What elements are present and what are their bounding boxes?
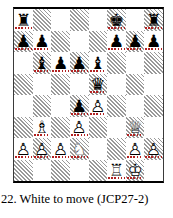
piece-white-bishop: ♝♗	[33, 117, 52, 137]
square-h4	[144, 95, 163, 117]
square-e2	[89, 138, 108, 160]
white-pawn-glyph: ♙	[144, 139, 163, 159]
square-c6: ♟	[51, 52, 70, 74]
square-d4: ♟	[70, 95, 89, 117]
white-pawn-glyph: ♙	[126, 139, 145, 159]
piece-black-pawn: ♟	[144, 31, 163, 51]
piece-white-rook: ♜♖	[107, 160, 126, 180]
white-bishop-glyph: ♗	[33, 117, 52, 137]
square-d2: ♞♘	[70, 138, 89, 160]
square-e3	[89, 117, 108, 139]
black-pawn-glyph: ♟	[107, 31, 126, 51]
black-bishop-glyph: ♝	[33, 53, 52, 73]
square-f7: ♟	[107, 31, 126, 53]
square-c8	[51, 9, 70, 31]
piece-black-king: ♚	[107, 10, 126, 30]
square-a5	[14, 74, 33, 96]
square-g4	[126, 95, 145, 117]
piece-white-pawn: ♟♙	[89, 96, 108, 116]
square-g6	[126, 52, 145, 74]
piece-black-pawn: ♟	[70, 96, 89, 116]
piece-black-pawn: ♟	[70, 53, 89, 73]
square-h6	[144, 52, 163, 74]
black-pawn-glyph: ♟	[70, 96, 89, 116]
square-b2: ♟♙	[33, 138, 52, 160]
piece-black-bishop: ♝	[89, 53, 108, 73]
square-d8	[70, 9, 89, 31]
white-knight-glyph: ♘	[70, 139, 89, 159]
square-b5	[33, 74, 52, 96]
white-pawn-glyph: ♙	[14, 139, 33, 159]
white-king-glyph: ♔	[126, 160, 145, 180]
square-e5: ♛	[89, 74, 108, 96]
square-b3: ♝♗	[33, 117, 52, 139]
square-b4	[33, 95, 52, 117]
square-b8	[33, 9, 52, 31]
diagram-caption: 22. White to move (JCP27-2)	[1, 192, 173, 207]
square-e7	[89, 31, 108, 53]
chess-board-frame: ♜♚♜♟♟♟♟♟♝♟♟♝♛♟♟♙♝♗♟♙♛♕♟♙♟♙♟♙♞♘♟♙♟♙♜♖♚♔	[13, 7, 164, 183]
piece-white-pawn: ♟♙	[51, 139, 70, 159]
square-g2: ♟♙	[126, 138, 145, 160]
black-rook-glyph: ♜	[144, 10, 163, 30]
black-pawn-glyph: ♟	[144, 31, 163, 51]
piece-black-pawn: ♟	[51, 53, 70, 73]
square-g1: ♚♔	[126, 160, 145, 182]
black-rook-glyph: ♜	[14, 10, 33, 30]
white-queen-glyph: ♕	[126, 117, 145, 137]
square-d7	[70, 31, 89, 53]
square-c2: ♟♙	[51, 138, 70, 160]
square-a6	[14, 52, 33, 74]
chess-board: ♜♚♜♟♟♟♟♟♝♟♟♝♛♟♟♙♝♗♟♙♛♕♟♙♟♙♟♙♞♘♟♙♟♙♜♖♚♔	[14, 9, 163, 181]
square-a8: ♜	[14, 9, 33, 31]
piece-black-pawn: ♟	[33, 31, 52, 51]
square-g7: ♟	[126, 31, 145, 53]
square-e4: ♟♙	[89, 95, 108, 117]
square-b1	[33, 160, 52, 182]
piece-black-pawn: ♟	[126, 31, 145, 51]
black-bishop-glyph: ♝	[89, 53, 108, 73]
black-pawn-glyph: ♟	[33, 31, 52, 51]
chess-diagram-page: ♜♚♜♟♟♟♟♟♝♟♟♝♛♟♟♙♝♗♟♙♛♕♟♙♟♙♟♙♞♘♟♙♟♙♜♖♚♔ 2…	[0, 0, 173, 218]
square-c5	[51, 74, 70, 96]
piece-white-queen: ♛♕	[126, 117, 145, 137]
square-c7	[51, 31, 70, 53]
white-pawn-glyph: ♙	[89, 96, 108, 116]
square-a1	[14, 160, 33, 182]
square-e8	[89, 9, 108, 31]
piece-white-pawn: ♟♙	[70, 117, 89, 137]
white-pawn-glyph: ♙	[51, 139, 70, 159]
black-pawn-glyph: ♟	[126, 31, 145, 51]
square-f1: ♜♖	[107, 160, 126, 182]
square-b6: ♝	[33, 52, 52, 74]
square-a3	[14, 117, 33, 139]
piece-black-pawn: ♟	[107, 31, 126, 51]
black-pawn-glyph: ♟	[51, 53, 70, 73]
square-d6: ♟	[70, 52, 89, 74]
square-h7: ♟	[144, 31, 163, 53]
piece-black-pawn: ♟	[14, 31, 33, 51]
square-f5	[107, 74, 126, 96]
square-f3	[107, 117, 126, 139]
square-c4	[51, 95, 70, 117]
black-pawn-glyph: ♟	[70, 53, 89, 73]
square-e6: ♝	[89, 52, 108, 74]
white-pawn-glyph: ♙	[70, 117, 89, 137]
piece-black-rook: ♜	[144, 10, 163, 30]
piece-white-pawn: ♟♙	[126, 139, 145, 159]
square-a2: ♟♙	[14, 138, 33, 160]
square-h8: ♜	[144, 9, 163, 31]
square-d3: ♟♙	[70, 117, 89, 139]
piece-white-pawn: ♟♙	[144, 139, 163, 159]
square-g5	[126, 74, 145, 96]
piece-black-bishop: ♝	[33, 53, 52, 73]
square-f8: ♚	[107, 9, 126, 31]
square-a4	[14, 95, 33, 117]
square-a7: ♟	[14, 31, 33, 53]
piece-black-rook: ♜	[14, 10, 33, 30]
white-rook-glyph: ♖	[107, 160, 126, 180]
square-g3: ♛♕	[126, 117, 145, 139]
piece-black-queen: ♛	[89, 74, 108, 94]
black-king-glyph: ♚	[107, 10, 126, 30]
square-c1	[51, 160, 70, 182]
square-c3	[51, 117, 70, 139]
square-h2: ♟♙	[144, 138, 163, 160]
square-d1	[70, 160, 89, 182]
square-f2	[107, 138, 126, 160]
piece-white-knight: ♞♘	[70, 139, 89, 159]
square-e1	[89, 160, 108, 182]
square-f6	[107, 52, 126, 74]
white-pawn-glyph: ♙	[33, 139, 52, 159]
square-h1	[144, 160, 163, 182]
square-h5	[144, 74, 163, 96]
square-g8	[126, 9, 145, 31]
square-f4	[107, 95, 126, 117]
square-h3	[144, 117, 163, 139]
piece-white-king: ♚♔	[126, 160, 145, 180]
black-pawn-glyph: ♟	[14, 31, 33, 51]
square-d5	[70, 74, 89, 96]
piece-white-pawn: ♟♙	[14, 139, 33, 159]
black-queen-glyph: ♛	[89, 74, 108, 94]
piece-white-pawn: ♟♙	[33, 139, 52, 159]
square-b7: ♟	[33, 31, 52, 53]
